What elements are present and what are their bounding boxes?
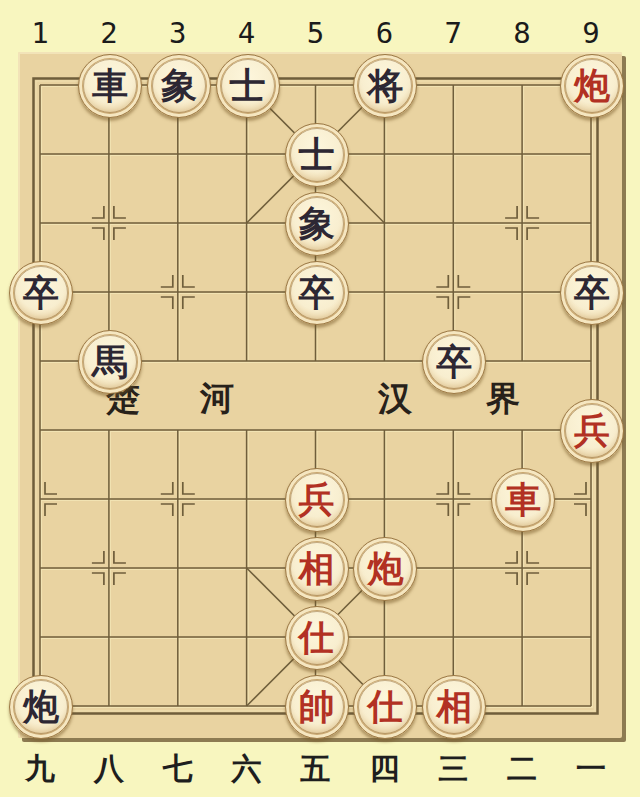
file-label-bottom-1: 九 xyxy=(16,751,64,787)
piece-glyph: 馬 xyxy=(92,343,128,379)
file-label-top-9: 9 xyxy=(569,17,613,49)
piece-glyph: 将 xyxy=(367,67,403,103)
piece-glyph: 士 xyxy=(299,136,335,172)
piece-glyph: 兵 xyxy=(574,412,610,448)
piece-black-elephant[interactable]: 象 xyxy=(147,54,211,118)
piece-glyph: 仕 xyxy=(367,688,403,724)
piece-red-general[interactable]: 帥 xyxy=(285,675,349,739)
piece-black-horse[interactable]: 馬 xyxy=(78,330,142,394)
piece-black-soldier[interactable]: 卒 xyxy=(285,261,349,325)
file-label-bottom-6: 四 xyxy=(360,751,408,787)
piece-glyph: 車 xyxy=(505,481,541,517)
file-label-top-4: 4 xyxy=(225,17,269,49)
piece-red-cannon[interactable]: 炮 xyxy=(560,54,624,118)
piece-black-chariot[interactable]: 車 xyxy=(78,54,142,118)
file-label-top-7: 7 xyxy=(431,17,475,49)
file-label-bottom-3: 七 xyxy=(154,751,202,787)
piece-glyph: 相 xyxy=(299,550,335,586)
piece-black-soldier[interactable]: 卒 xyxy=(422,330,486,394)
file-label-bottom-7: 三 xyxy=(429,751,477,787)
piece-red-elephant[interactable]: 相 xyxy=(422,675,486,739)
piece-glyph: 仕 xyxy=(299,619,335,655)
piece-red-advisor[interactable]: 仕 xyxy=(285,606,349,670)
piece-glyph: 卒 xyxy=(436,343,472,379)
piece-glyph: 卒 xyxy=(299,274,335,310)
file-label-bottom-9: 一 xyxy=(567,751,615,787)
file-label-top-3: 3 xyxy=(156,17,200,49)
file-label-top-8: 8 xyxy=(500,17,544,49)
piece-red-elephant[interactable]: 相 xyxy=(285,537,349,601)
file-label-top-6: 6 xyxy=(362,17,406,49)
piece-red-chariot[interactable]: 車 xyxy=(491,468,555,532)
piece-glyph: 卒 xyxy=(23,274,59,310)
piece-glyph: 炮 xyxy=(574,67,610,103)
piece-black-general[interactable]: 将 xyxy=(353,54,417,118)
file-label-top-2: 2 xyxy=(87,17,131,49)
piece-glyph: 象 xyxy=(299,205,335,241)
piece-glyph: 卒 xyxy=(574,274,610,310)
piece-red-soldier[interactable]: 兵 xyxy=(560,399,624,463)
file-label-top-5: 5 xyxy=(294,17,338,49)
piece-glyph: 車 xyxy=(92,67,128,103)
piece-glyph: 炮 xyxy=(367,550,403,586)
piece-red-advisor[interactable]: 仕 xyxy=(353,675,417,739)
file-label-top-1: 1 xyxy=(18,17,62,49)
piece-red-soldier[interactable]: 兵 xyxy=(285,468,349,532)
file-label-bottom-5: 五 xyxy=(292,751,340,787)
piece-black-elephant[interactable]: 象 xyxy=(285,192,349,256)
piece-glyph: 士 xyxy=(230,67,266,103)
piece-black-advisor[interactable]: 士 xyxy=(216,54,280,118)
piece-glyph: 帥 xyxy=(299,688,335,724)
piece-black-soldier[interactable]: 卒 xyxy=(560,261,624,325)
piece-red-cannon[interactable]: 炮 xyxy=(353,537,417,601)
piece-glyph: 炮 xyxy=(23,688,59,724)
file-label-bottom-4: 六 xyxy=(223,751,271,787)
piece-glyph: 兵 xyxy=(299,481,335,517)
piece-black-soldier[interactable]: 卒 xyxy=(9,261,73,325)
piece-glyph: 象 xyxy=(161,67,197,103)
file-label-bottom-8: 二 xyxy=(498,751,546,787)
file-label-bottom-2: 八 xyxy=(85,751,133,787)
xiangqi-board: 楚 河 汉 界 123456789 九八七六五四三二一 車象士将炮士象卒卒卒馬卒… xyxy=(0,0,640,797)
piece-black-cannon[interactable]: 炮 xyxy=(9,675,73,739)
piece-glyph: 相 xyxy=(436,688,472,724)
piece-black-advisor[interactable]: 士 xyxy=(285,123,349,187)
